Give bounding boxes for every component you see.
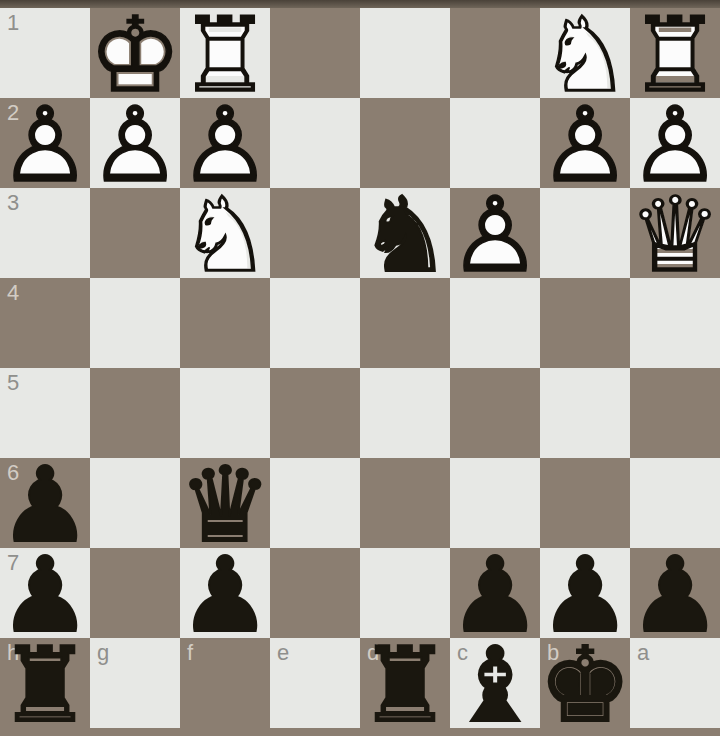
square-b1[interactable]: ♞♘ [540,8,630,98]
square-c3[interactable]: ♟♙ [450,188,540,278]
square-h5[interactable]: 5 [0,368,90,458]
chess-app-screen: 1♚♔♜♖♞♘♜♖2♟♙♟♙♟♙♟♙♟♙3♞♘♞♟♙♛♕456♟♛7♟♟♟♟♟h… [0,0,720,736]
piece-white-pawn: ♟ [540,100,630,190]
square-h6[interactable]: 6♟ [0,458,90,548]
piece-outline-white-knight: ♘ [540,10,630,100]
square-a5[interactable] [630,368,720,458]
square-c4[interactable] [450,278,540,368]
square-g5[interactable] [90,368,180,458]
square-g8[interactable]: g [90,638,180,728]
piece-white-knight: ♞ [180,190,270,280]
square-e6[interactable] [270,458,360,548]
file-label-b: b [547,641,559,665]
square-f8[interactable]: f [180,638,270,728]
square-g7[interactable] [90,548,180,638]
square-h3[interactable]: 3 [0,188,90,278]
square-d1[interactable] [360,8,450,98]
square-e2[interactable] [270,98,360,188]
square-g2[interactable]: ♟♙ [90,98,180,188]
rank-label-3: 3 [7,191,19,215]
square-b8[interactable]: b♚ [540,638,630,728]
file-label-d: d [367,641,379,665]
piece-black-queen: ♛ [180,460,270,550]
rank-label-6: 6 [7,461,19,485]
square-b3[interactable] [540,188,630,278]
piece-outline-white-pawn: ♙ [630,100,720,190]
square-b7[interactable]: ♟ [540,548,630,638]
piece-white-rook: ♜ [180,10,270,100]
piece-outline-white-pawn: ♙ [450,190,540,280]
file-label-c: c [457,641,468,665]
piece-white-pawn: ♟ [180,100,270,190]
square-f1[interactable]: ♜♖ [180,8,270,98]
piece-white-pawn: ♟ [630,100,720,190]
rank-label-7: 7 [7,551,19,575]
square-g4[interactable] [90,278,180,368]
piece-black-pawn: ♟ [180,550,270,640]
square-b5[interactable] [540,368,630,458]
rank-label-4: 4 [7,281,19,305]
square-f6[interactable]: ♛ [180,458,270,548]
square-b2[interactable]: ♟♙ [540,98,630,188]
square-a8[interactable]: a [630,638,720,728]
square-h7[interactable]: 7♟ [0,548,90,638]
square-d3[interactable]: ♞ [360,188,450,278]
square-c1[interactable] [450,8,540,98]
square-a2[interactable]: ♟♙ [630,98,720,188]
rank-label-5: 5 [7,371,19,395]
file-label-f: f [187,641,193,665]
file-label-g: g [97,641,109,665]
square-e1[interactable] [270,8,360,98]
square-c6[interactable] [450,458,540,548]
square-d6[interactable] [360,458,450,548]
square-h2[interactable]: 2♟♙ [0,98,90,188]
square-d7[interactable] [360,548,450,638]
square-d2[interactable] [360,98,450,188]
square-b4[interactable] [540,278,630,368]
square-c7[interactable]: ♟ [450,548,540,638]
square-h1[interactable]: 1 [0,8,90,98]
square-f7[interactable]: ♟ [180,548,270,638]
square-e7[interactable] [270,548,360,638]
piece-white-knight: ♞ [540,10,630,100]
piece-outline-white-queen: ♕ [630,190,720,280]
square-a3[interactable]: ♛♕ [630,188,720,278]
file-label-e: e [277,641,289,665]
square-g1[interactable]: ♚♔ [90,8,180,98]
square-d4[interactable] [360,278,450,368]
piece-outline-white-rook: ♖ [180,10,270,100]
piece-outline-white-king: ♔ [90,10,180,100]
rank-label-2: 2 [7,101,19,125]
square-d8[interactable]: d♜ [360,638,450,728]
file-label-h: h [7,641,19,665]
square-a7[interactable]: ♟ [630,548,720,638]
piece-white-queen: ♛ [630,190,720,280]
square-g3[interactable] [90,188,180,278]
file-label-a: a [637,641,649,665]
piece-black-pawn: ♟ [630,550,720,640]
square-h4[interactable]: 4 [0,278,90,368]
bottom-edge [0,728,720,736]
square-f4[interactable] [180,278,270,368]
square-c2[interactable] [450,98,540,188]
piece-outline-white-rook: ♖ [630,10,720,100]
piece-outline-white-pawn: ♙ [180,100,270,190]
square-f2[interactable]: ♟♙ [180,98,270,188]
square-e8[interactable]: e [270,638,360,728]
piece-white-pawn: ♟ [90,100,180,190]
piece-black-pawn: ♟ [450,550,540,640]
square-f5[interactable] [180,368,270,458]
square-a1[interactable]: ♜♖ [630,8,720,98]
chess-board: 1♚♔♜♖♞♘♜♖2♟♙♟♙♟♙♟♙♟♙3♞♘♞♟♙♛♕456♟♛7♟♟♟♟♟h… [0,8,720,728]
square-d5[interactable] [360,368,450,458]
top-edge-shadow [0,0,720,8]
square-e4[interactable] [270,278,360,368]
piece-black-knight: ♞ [360,190,450,280]
piece-white-rook: ♜ [630,10,720,100]
piece-outline-white-knight: ♘ [180,190,270,280]
square-a4[interactable] [630,278,720,368]
square-g6[interactable] [90,458,180,548]
rank-label-1: 1 [7,11,19,35]
square-a6[interactable] [630,458,720,548]
square-c5[interactable] [450,368,540,458]
square-b6[interactable] [540,458,630,548]
piece-white-pawn: ♟ [450,190,540,280]
square-e3[interactable] [270,188,360,278]
square-c8[interactable]: c♝ [450,638,540,728]
square-f3[interactable]: ♞♘ [180,188,270,278]
piece-black-pawn: ♟ [540,550,630,640]
piece-outline-white-pawn: ♙ [540,100,630,190]
piece-white-king: ♚ [90,10,180,100]
square-e5[interactable] [270,368,360,458]
piece-outline-white-pawn: ♙ [90,100,180,190]
square-h8[interactable]: h♜ [0,638,90,728]
